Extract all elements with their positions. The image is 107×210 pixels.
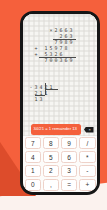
key-multiply[interactable]: *: [79, 151, 95, 163]
result-text: 34/21 = 1 remainder 13: [34, 126, 77, 131]
worksheet-grid-paper: ×2663 263 7989 + 15978 + 5326 700369 -34…: [23, 14, 97, 136]
key-8[interactable]: 8: [43, 137, 59, 149]
key-comma[interactable]: ,: [43, 179, 59, 191]
keypad: 7 8 9 / 4 5 6 * 1 2 3 - 0 , = +: [25, 137, 96, 191]
div-row-remainder: 13: [30, 96, 45, 102]
key-9[interactable]: 9: [61, 137, 77, 149]
result-display: 34/21 = 1 remainder 13: [31, 124, 81, 135]
hero-section: ×2663 263 7989 + 15978 + 5326 700369 -34…: [0, 0, 107, 210]
key-6[interactable]: 6: [61, 151, 77, 163]
key-7[interactable]: 7: [25, 137, 41, 149]
key-1[interactable]: 1: [25, 165, 41, 177]
key-5[interactable]: 5: [43, 151, 59, 163]
key-plus[interactable]: +: [79, 179, 95, 191]
key-0[interactable]: 0: [25, 179, 41, 191]
phone-mockup: ×2663 263 7989 + 15978 + 5326 700369 -34…: [20, 11, 100, 195]
key-4[interactable]: 4: [25, 151, 41, 163]
key-divide[interactable]: /: [79, 137, 95, 149]
key-minus[interactable]: -: [79, 165, 95, 177]
mul-row-product: 700369: [30, 57, 75, 63]
calculator-screen: ×2663 263 7989 + 15978 + 5326 700369 -34…: [23, 14, 97, 192]
div-divisor-underline: [45, 89, 58, 90]
key-2[interactable]: 2: [43, 165, 59, 177]
div-subtraction-line: [35, 95, 46, 96]
key-3[interactable]: 3: [61, 165, 77, 177]
key-equals[interactable]: =: [61, 179, 77, 191]
